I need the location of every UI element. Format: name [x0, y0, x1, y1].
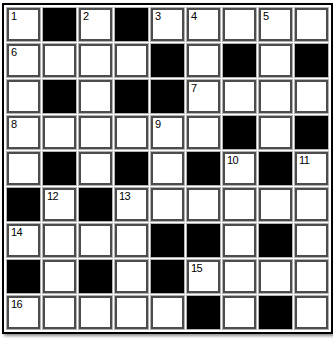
- black-cell-r8c3: [79, 260, 112, 293]
- white-cell-r4c1[interactable]: 8: [7, 116, 40, 149]
- white-cell-r9c9[interactable]: [295, 296, 328, 329]
- white-cell-r9c7[interactable]: [223, 296, 256, 329]
- white-cell-r2c8[interactable]: [259, 44, 292, 77]
- white-cell-r1c8[interactable]: 5: [259, 8, 292, 41]
- white-cell-r2c4[interactable]: [115, 44, 148, 77]
- clue-number: 2: [83, 10, 89, 23]
- white-cell-r7c7[interactable]: [223, 224, 256, 257]
- white-cell-r2c6[interactable]: [187, 44, 220, 77]
- black-cell-r6c1: [7, 188, 40, 221]
- crossword-grid: 12345678910111213141516: [7, 8, 328, 329]
- black-cell-r3c4: [115, 80, 148, 113]
- white-cell-r4c8[interactable]: [259, 116, 292, 149]
- crossword-board: 12345678910111213141516: [2, 3, 333, 334]
- clue-number: 5: [263, 10, 269, 23]
- clue-number: 6: [11, 46, 17, 59]
- white-cell-r1c1[interactable]: 1: [7, 8, 40, 41]
- white-cell-r1c3[interactable]: 2: [79, 8, 112, 41]
- black-cell-r3c5: [151, 80, 184, 113]
- white-cell-r2c2[interactable]: [43, 44, 76, 77]
- clue-number: 9: [155, 118, 161, 131]
- black-cell-r9c8: [259, 296, 292, 329]
- white-cell-r3c8[interactable]: [259, 80, 292, 113]
- black-cell-r8c1: [7, 260, 40, 293]
- clue-number: 14: [11, 226, 22, 239]
- black-cell-r2c7: [223, 44, 256, 77]
- white-cell-r6c8[interactable]: [259, 188, 292, 221]
- black-cell-r2c5: [151, 44, 184, 77]
- clue-number: 13: [119, 190, 130, 203]
- black-cell-r3c2: [43, 80, 76, 113]
- white-cell-r6c9[interactable]: [295, 188, 328, 221]
- white-cell-r1c6[interactable]: 4: [187, 8, 220, 41]
- black-cell-r5c8: [259, 152, 292, 185]
- white-cell-r4c4[interactable]: [115, 116, 148, 149]
- black-cell-r7c6: [187, 224, 220, 257]
- black-cell-r1c4: [115, 8, 148, 41]
- black-cell-r5c4: [115, 152, 148, 185]
- black-cell-r4c7: [223, 116, 256, 149]
- black-cell-r1c2: [43, 8, 76, 41]
- black-cell-r5c6: [187, 152, 220, 185]
- white-cell-r1c7[interactable]: [223, 8, 256, 41]
- clue-number: 4: [191, 10, 197, 23]
- white-cell-r6c6[interactable]: [187, 188, 220, 221]
- clue-number: 1: [11, 10, 17, 23]
- white-cell-r4c5[interactable]: 9: [151, 116, 184, 149]
- white-cell-r8c4[interactable]: [115, 260, 148, 293]
- white-cell-r4c6[interactable]: [187, 116, 220, 149]
- white-cell-r9c3[interactable]: [79, 296, 112, 329]
- white-cell-r2c1[interactable]: 6: [7, 44, 40, 77]
- white-cell-r5c1[interactable]: [7, 152, 40, 185]
- white-cell-r4c2[interactable]: [43, 116, 76, 149]
- clue-number: 10: [227, 154, 238, 167]
- clue-number: 11: [299, 154, 309, 167]
- white-cell-r5c7[interactable]: 10: [223, 152, 256, 185]
- white-cell-r1c9[interactable]: [295, 8, 328, 41]
- white-cell-r9c4[interactable]: [115, 296, 148, 329]
- black-cell-r4c9: [295, 116, 328, 149]
- white-cell-r9c5[interactable]: [151, 296, 184, 329]
- white-cell-r6c7[interactable]: [223, 188, 256, 221]
- white-cell-r8c6[interactable]: 15: [187, 260, 220, 293]
- white-cell-r5c9[interactable]: 11: [295, 152, 328, 185]
- white-cell-r3c9[interactable]: [295, 80, 328, 113]
- white-cell-r6c2[interactable]: 12: [43, 188, 76, 221]
- white-cell-r8c9[interactable]: [295, 260, 328, 293]
- clue-number: 12: [47, 190, 58, 203]
- white-cell-r3c1[interactable]: [7, 80, 40, 113]
- white-cell-r6c5[interactable]: [151, 188, 184, 221]
- white-cell-r5c5[interactable]: [151, 152, 184, 185]
- white-cell-r4c3[interactable]: [79, 116, 112, 149]
- white-cell-r3c7[interactable]: [223, 80, 256, 113]
- clue-number: 7: [191, 82, 197, 95]
- black-cell-r8c5: [151, 260, 184, 293]
- white-cell-r7c4[interactable]: [115, 224, 148, 257]
- clue-number: 8: [11, 118, 17, 131]
- white-cell-r7c1[interactable]: 14: [7, 224, 40, 257]
- white-cell-r8c8[interactable]: [259, 260, 292, 293]
- white-cell-r8c2[interactable]: [43, 260, 76, 293]
- white-cell-r2c3[interactable]: [79, 44, 112, 77]
- black-cell-r9c6: [187, 296, 220, 329]
- black-cell-r7c5: [151, 224, 184, 257]
- white-cell-r9c2[interactable]: [43, 296, 76, 329]
- black-cell-r6c3: [79, 188, 112, 221]
- white-cell-r8c7[interactable]: [223, 260, 256, 293]
- clue-number: 3: [155, 10, 161, 23]
- white-cell-r9c1[interactable]: 16: [7, 296, 40, 329]
- white-cell-r7c9[interactable]: [295, 224, 328, 257]
- white-cell-r6c4[interactable]: 13: [115, 188, 148, 221]
- white-cell-r1c5[interactable]: 3: [151, 8, 184, 41]
- black-cell-r2c9: [295, 44, 328, 77]
- white-cell-r3c6[interactable]: 7: [187, 80, 220, 113]
- white-cell-r3c3[interactable]: [79, 80, 112, 113]
- white-cell-r7c3[interactable]: [79, 224, 112, 257]
- white-cell-r5c3[interactable]: [79, 152, 112, 185]
- clue-number: 15: [191, 262, 202, 275]
- black-cell-r5c2: [43, 152, 76, 185]
- clue-number: 16: [11, 298, 22, 311]
- white-cell-r7c2[interactable]: [43, 224, 76, 257]
- black-cell-r7c8: [259, 224, 292, 257]
